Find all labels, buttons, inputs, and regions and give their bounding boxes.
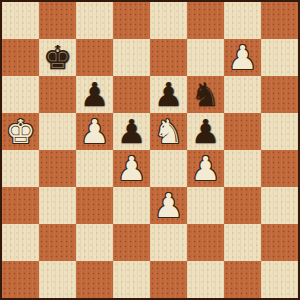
black-pawn-piece[interactable]: ♟ [191,113,221,150]
square-g2[interactable] [224,224,261,261]
black-pawn-piece[interactable]: ♟ [117,113,147,150]
square-h7[interactable] [261,39,298,76]
square-b2[interactable] [39,224,76,261]
square-h3[interactable] [261,187,298,224]
square-e5[interactable]: ♞ [150,113,187,150]
square-a7[interactable] [2,39,39,76]
square-c2[interactable] [76,224,113,261]
square-e2[interactable] [150,224,187,261]
square-d5[interactable]: ♟ [113,113,150,150]
square-h6[interactable] [261,76,298,113]
square-d2[interactable] [113,224,150,261]
square-g5[interactable] [224,113,261,150]
black-knight-piece[interactable]: ♞ [191,76,221,113]
square-d6[interactable] [113,76,150,113]
square-e8[interactable] [150,2,187,39]
square-e4[interactable] [150,150,187,187]
square-g3[interactable] [224,187,261,224]
white-pawn-piece[interactable]: ♟ [154,187,184,224]
square-f7[interactable] [187,39,224,76]
square-c8[interactable] [76,2,113,39]
chess-board: ♚♟♟♟♞♚♟♟♞♟♟♟♟ [0,0,300,300]
white-king-piece[interactable]: ♚ [6,113,36,150]
square-f4[interactable]: ♟ [187,150,224,187]
square-a6[interactable] [2,76,39,113]
square-b7[interactable]: ♚ [39,39,76,76]
square-d1[interactable] [113,261,150,298]
square-g6[interactable] [224,76,261,113]
square-f2[interactable] [187,224,224,261]
square-g7[interactable]: ♟ [224,39,261,76]
square-b8[interactable] [39,2,76,39]
square-h2[interactable] [261,224,298,261]
square-g1[interactable] [224,261,261,298]
square-b5[interactable] [39,113,76,150]
square-c5[interactable]: ♟ [76,113,113,150]
square-b3[interactable] [39,187,76,224]
square-b1[interactable] [39,261,76,298]
square-a2[interactable] [2,224,39,261]
square-a4[interactable] [2,150,39,187]
square-a5[interactable]: ♚ [2,113,39,150]
square-g4[interactable] [224,150,261,187]
square-a1[interactable] [2,261,39,298]
white-knight-piece[interactable]: ♞ [154,113,184,150]
square-a8[interactable] [2,2,39,39]
square-c3[interactable] [76,187,113,224]
square-e6[interactable]: ♟ [150,76,187,113]
square-a3[interactable] [2,187,39,224]
white-pawn-piece[interactable]: ♟ [228,39,258,76]
square-e7[interactable] [150,39,187,76]
square-d3[interactable] [113,187,150,224]
square-f3[interactable] [187,187,224,224]
black-pawn-piece[interactable]: ♟ [154,76,184,113]
square-g8[interactable] [224,2,261,39]
square-c4[interactable] [76,150,113,187]
square-e1[interactable] [150,261,187,298]
square-h5[interactable] [261,113,298,150]
square-d8[interactable] [113,2,150,39]
black-pawn-piece[interactable]: ♟ [80,76,110,113]
square-c6[interactable]: ♟ [76,76,113,113]
square-b6[interactable] [39,76,76,113]
square-f1[interactable] [187,261,224,298]
white-pawn-piece[interactable]: ♟ [191,150,221,187]
square-h8[interactable] [261,2,298,39]
white-pawn-piece[interactable]: ♟ [80,113,110,150]
square-d4[interactable]: ♟ [113,150,150,187]
square-e3[interactable]: ♟ [150,187,187,224]
white-pawn-piece[interactable]: ♟ [117,150,147,187]
square-d7[interactable] [113,39,150,76]
square-f6[interactable]: ♞ [187,76,224,113]
black-king-piece[interactable]: ♚ [43,39,73,76]
square-f8[interactable] [187,2,224,39]
square-b4[interactable] [39,150,76,187]
square-c7[interactable] [76,39,113,76]
square-c1[interactable] [76,261,113,298]
square-f5[interactable]: ♟ [187,113,224,150]
square-h4[interactable] [261,150,298,187]
square-h1[interactable] [261,261,298,298]
